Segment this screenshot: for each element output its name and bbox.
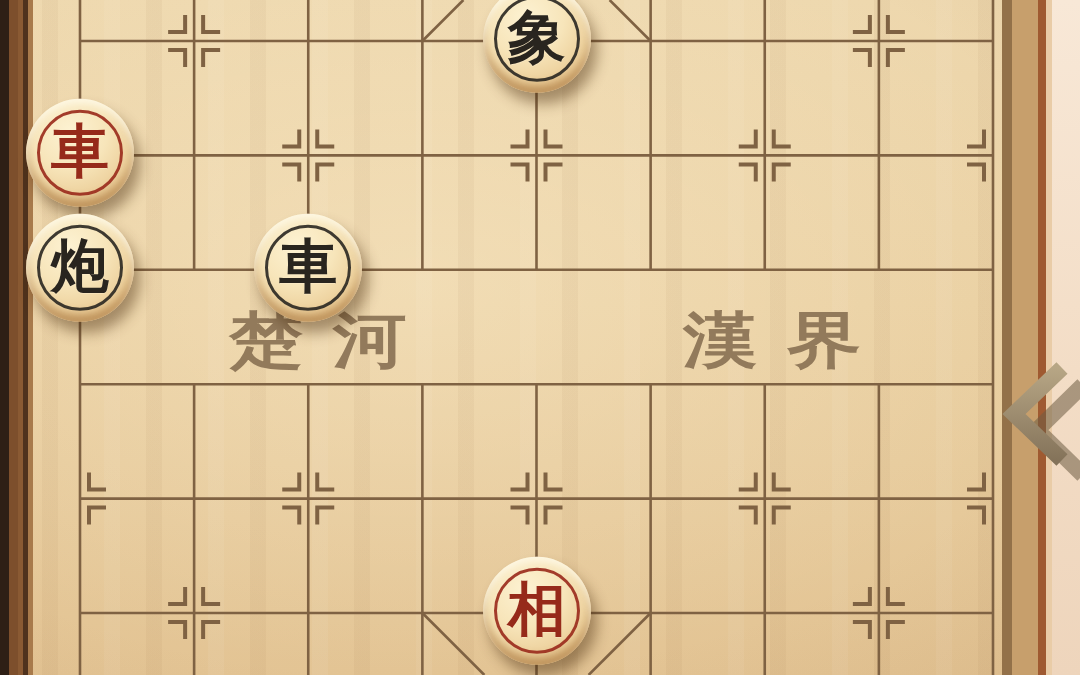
pieces-layer: 象車炮車相 — [0, 0, 1080, 675]
piece-c6-black-chariot[interactable]: 車 — [254, 214, 362, 322]
piece-a7-red-chariot[interactable]: 車 — [26, 99, 134, 207]
piece-character: 象 — [483, 0, 591, 93]
piece-e8-black-elephant[interactable]: 象 — [483, 0, 591, 93]
xiangqi-game-screen: 楚河 漢界 象車炮車相 — [0, 0, 1080, 675]
piece-character: 車 — [26, 99, 134, 207]
piece-character: 相 — [483, 557, 591, 665]
side-drawer-handle[interactable] — [996, 348, 1080, 490]
piece-character: 車 — [254, 214, 362, 322]
chevron-left-icon — [996, 348, 1080, 490]
piece-character: 炮 — [26, 214, 134, 322]
piece-e3-red-elephant[interactable]: 相 — [483, 557, 591, 665]
piece-a6-black-cannon[interactable]: 炮 — [26, 214, 134, 322]
